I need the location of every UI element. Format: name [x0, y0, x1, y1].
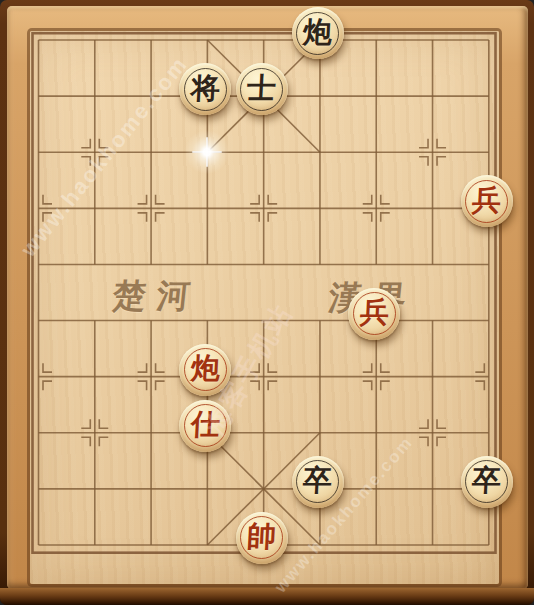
xiangqi-game-screen: 楚河 漢界 炮将士兵兵炮仕卒卒帥 www.haokhome.com海客手机站ww… [0, 0, 534, 605]
piece-red-general[interactable]: 帥 [236, 512, 288, 564]
piece-glyph: 炮 [303, 18, 334, 47]
piece-glyph: 兵 [472, 186, 503, 215]
river-label-chu-he: 楚河 [111, 279, 202, 312]
piece-black-soldier[interactable]: 卒 [461, 456, 513, 508]
piece-red-soldier[interactable]: 兵 [461, 175, 513, 227]
piece-glyph: 仕 [190, 410, 221, 439]
piece-black-advisor[interactable]: 士 [236, 63, 288, 115]
piece-red-soldier[interactable]: 兵 [348, 288, 400, 340]
piece-glyph: 卒 [303, 466, 334, 495]
piece-black-soldier[interactable]: 卒 [292, 456, 344, 508]
piece-glyph: 兵 [359, 298, 390, 327]
piece-black-cannon[interactable]: 炮 [292, 7, 344, 59]
piece-red-advisor[interactable]: 仕 [179, 400, 231, 452]
piece-glyph: 帥 [246, 522, 277, 551]
piece-glyph: 将 [190, 74, 221, 103]
piece-red-cannon[interactable]: 炮 [179, 344, 231, 396]
piece-glyph: 士 [246, 74, 277, 103]
piece-glyph: 炮 [190, 354, 221, 383]
piece-glyph: 卒 [472, 466, 503, 495]
board-base-edge [0, 588, 534, 605]
